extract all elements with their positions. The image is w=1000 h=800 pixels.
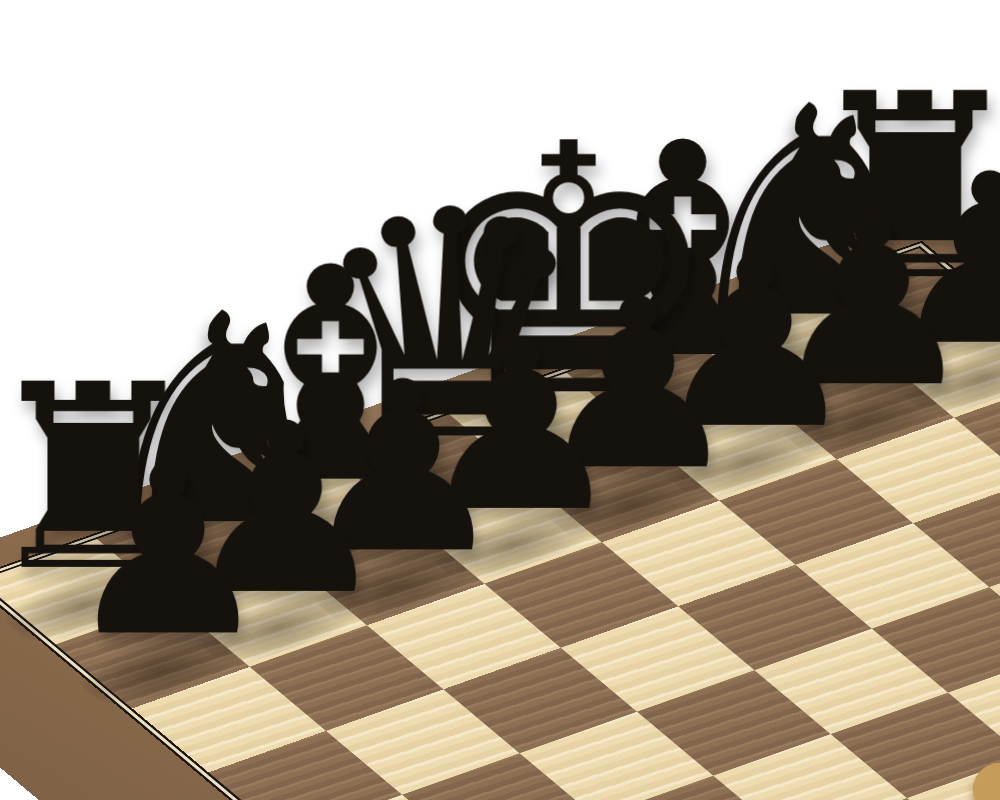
- white-pawn-cropped[interactable]: ♟: [830, 723, 1000, 800]
- black-pawn[interactable]: ♟: [0, 434, 368, 669]
- square-b5[interactable]: [326, 689, 520, 794]
- chess-set-photo: ♜♞♝♛♚♝♞♜♟♟♟♟♟♟♟♟♟ ♟: [0, 0, 1000, 800]
